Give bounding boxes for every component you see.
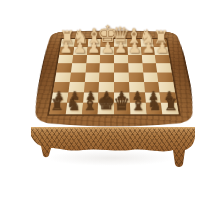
light-board-square [71, 63, 86, 72]
dark-board-square [85, 63, 100, 72]
black-queen: ♛ [113, 94, 130, 113]
white-pawn: ♟ [73, 40, 86, 55]
light-board-square [84, 73, 99, 83]
light-board-square: ♞ [65, 103, 82, 114]
white-pawn: ♟ [87, 40, 100, 55]
black-knight: ♞ [66, 97, 81, 113]
dark-board-square [100, 55, 114, 64]
dark-board-square [128, 73, 143, 83]
light-board-square: ♟ [127, 47, 141, 55]
chess-board: ♜♞♝♚♛♝♞♜♟♟♟♟♟♟♟♟♟♟♟♟♟♟♟♟♜♞♝♚♛♝♞♜ [47, 38, 181, 116]
light-board-square [100, 63, 114, 72]
product-photo: ♜♞♝♚♛♝♞♜♟♟♟♟♟♟♟♟♟♟♟♟♟♟♟♟♜♞♝♚♛♝♞♜ [0, 0, 220, 200]
dark-board-square: ♟ [59, 47, 74, 55]
black-rook: ♜ [51, 98, 65, 113]
light-board-square [156, 63, 172, 72]
light-board-square: ♟ [73, 47, 87, 55]
light-board-square [58, 55, 73, 64]
light-board-square [114, 55, 128, 64]
black-rook: ♜ [164, 98, 178, 113]
light-board-square [55, 73, 71, 83]
dark-board-square [128, 55, 142, 64]
dark-board-square [99, 73, 114, 83]
dark-board-square [56, 63, 72, 72]
chess-set: ♜♞♝♚♛♝♞♜♟♟♟♟♟♟♟♟♟♟♟♟♟♟♟♟♜♞♝♚♛♝♞♜ [28, 0, 200, 128]
dark-board-square: ♟ [114, 47, 128, 55]
black-bishop: ♝ [130, 96, 146, 113]
white-pawn: ♟ [114, 40, 127, 55]
light-board-square [143, 73, 159, 83]
light-board-square: ♚ [98, 103, 114, 114]
dark-board-square [157, 73, 173, 83]
white-pawn: ♟ [60, 40, 73, 55]
dark-board-square: ♝ [82, 103, 99, 114]
white-pawn: ♟ [155, 40, 168, 55]
ground-shadow [46, 150, 176, 166]
light-board-square: ♟ [154, 47, 169, 55]
light-board-square [141, 55, 156, 64]
light-board-square [86, 55, 100, 64]
light-board-square: ♜ [161, 103, 179, 114]
dark-board-square: ♟ [141, 47, 155, 55]
dark-board-square: ♞ [145, 103, 162, 114]
apron-molding [31, 127, 195, 130]
light-board-square [128, 63, 143, 72]
dark-board-square [142, 63, 157, 72]
white-pawn: ♟ [128, 40, 141, 55]
white-pawn: ♟ [101, 40, 114, 55]
light-board-square: ♟ [100, 47, 114, 55]
board-top-face: ♜♞♝♚♛♝♞♜♟♟♟♟♟♟♟♟♟♟♟♟♟♟♟♟♜♞♝♚♛♝♞♜ [28, 31, 200, 128]
light-board-square [114, 73, 129, 83]
dark-board-square: ♜ [49, 103, 67, 114]
black-knight: ♞ [147, 97, 162, 113]
dark-board-square [72, 55, 87, 64]
white-pawn: ♟ [141, 40, 154, 55]
black-bishop: ♝ [82, 96, 98, 113]
light-board-square: ♝ [130, 103, 147, 114]
dark-board-square [155, 55, 170, 64]
dark-board-square [70, 73, 86, 83]
dark-board-square: ♛ [114, 103, 130, 114]
dark-board-square: ♟ [87, 47, 101, 55]
dark-board-square [114, 63, 128, 72]
